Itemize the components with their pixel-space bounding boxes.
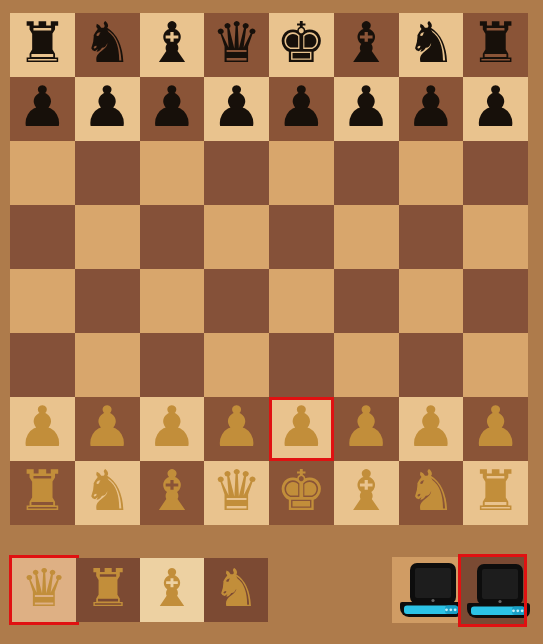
square-e3[interactable] <box>269 333 334 397</box>
square-a2[interactable]: ♟ <box>10 397 75 461</box>
square-b1[interactable]: ♞ <box>75 461 140 525</box>
white-pawn-piece: ♟ <box>406 399 456 455</box>
promotion-option-bishop[interactable]: ♝ <box>140 558 204 622</box>
square-d5[interactable] <box>204 205 269 269</box>
square-d8[interactable]: ♛ <box>204 13 269 77</box>
square-e4[interactable] <box>269 269 334 333</box>
black-pawn-piece: ♟ <box>212 79 262 135</box>
white-pawn-piece: ♟ <box>147 399 197 455</box>
square-a1[interactable]: ♜ <box>10 461 75 525</box>
white-pawn-piece: ♟ <box>471 399 521 455</box>
square-c2[interactable]: ♟ <box>140 397 205 461</box>
square-h2[interactable]: ♟ <box>463 397 528 461</box>
square-c7[interactable]: ♟ <box>140 77 205 141</box>
black-king-piece: ♚ <box>276 15 326 71</box>
square-g2[interactable]: ♟ <box>399 397 464 461</box>
square-c5[interactable] <box>140 205 205 269</box>
square-d7[interactable]: ♟ <box>204 77 269 141</box>
square-e7[interactable]: ♟ <box>269 77 334 141</box>
black-queen-piece: ♛ <box>212 15 262 71</box>
opponent-option-computer-2[interactable] <box>461 557 524 624</box>
square-h6[interactable] <box>463 141 528 205</box>
opponent-option-computer-1[interactable] <box>392 557 461 623</box>
square-f7[interactable]: ♟ <box>334 77 399 141</box>
square-f5[interactable] <box>334 205 399 269</box>
square-g4[interactable] <box>399 269 464 333</box>
square-h5[interactable] <box>463 205 528 269</box>
square-d6[interactable] <box>204 141 269 205</box>
square-g3[interactable] <box>399 333 464 397</box>
black-pawn-piece: ♟ <box>147 79 197 135</box>
white-queen-piece: ♛ <box>212 463 262 519</box>
square-c1[interactable]: ♝ <box>140 461 205 525</box>
square-g6[interactable] <box>399 141 464 205</box>
white-bishop-piece: ♝ <box>341 463 391 519</box>
chess-board: ♜♞♝♛♚♝♞♜♟♟♟♟♟♟♟♟♟♟♟♟♟♟♟♟♜♞♝♛♚♝♞♜ <box>10 13 528 525</box>
square-f6[interactable] <box>334 141 399 205</box>
laptop-icon <box>398 561 464 619</box>
white-pawn-piece: ♟ <box>82 399 132 455</box>
square-c4[interactable] <box>140 269 205 333</box>
promotion-option-knight[interactable]: ♞ <box>204 558 268 622</box>
square-h1[interactable]: ♜ <box>463 461 528 525</box>
black-pawn-piece: ♟ <box>17 79 67 135</box>
square-b7[interactable]: ♟ <box>75 77 140 141</box>
square-g1[interactable]: ♞ <box>399 461 464 525</box>
square-h7[interactable]: ♟ <box>463 77 528 141</box>
white-rook-piece: ♜ <box>471 463 521 519</box>
square-a7[interactable]: ♟ <box>10 77 75 141</box>
square-a3[interactable] <box>10 333 75 397</box>
white-pawn-piece: ♟ <box>212 399 262 455</box>
square-b5[interactable] <box>75 205 140 269</box>
white-bishop-piece: ♝ <box>147 463 197 519</box>
white-rook-piece: ♜ <box>17 463 67 519</box>
square-d2[interactable]: ♟ <box>204 397 269 461</box>
black-pawn-piece: ♟ <box>82 79 132 135</box>
square-b3[interactable] <box>75 333 140 397</box>
black-bishop-piece: ♝ <box>147 15 197 71</box>
square-h8[interactable]: ♜ <box>463 13 528 77</box>
black-bishop-piece: ♝ <box>341 15 391 71</box>
white-knight-piece: ♞ <box>82 463 132 519</box>
promotion-option-queen[interactable]: ♛ <box>12 558 76 622</box>
square-e1[interactable]: ♚ <box>269 461 334 525</box>
square-f1[interactable]: ♝ <box>334 461 399 525</box>
square-h3[interactable] <box>463 333 528 397</box>
white-rook-icon: ♜ <box>85 562 132 614</box>
square-h4[interactable] <box>463 269 528 333</box>
promotion-selector: ♛ ♜ ♝ ♞ <box>12 558 268 622</box>
white-queen-icon: ♛ <box>21 562 68 614</box>
black-knight-piece: ♞ <box>406 15 456 71</box>
square-g5[interactable] <box>399 205 464 269</box>
square-e6[interactable] <box>269 141 334 205</box>
square-f8[interactable]: ♝ <box>334 13 399 77</box>
black-rook-piece: ♜ <box>17 15 67 71</box>
white-king-piece: ♚ <box>276 463 326 519</box>
square-a8[interactable]: ♜ <box>10 13 75 77</box>
laptop-icon <box>465 562 531 620</box>
square-c8[interactable]: ♝ <box>140 13 205 77</box>
square-a5[interactable] <box>10 205 75 269</box>
square-d1[interactable]: ♛ <box>204 461 269 525</box>
black-pawn-piece: ♟ <box>341 79 391 135</box>
black-rook-piece: ♜ <box>471 15 521 71</box>
white-pawn-piece: ♟ <box>17 399 67 455</box>
white-pawn-piece: ♟ <box>276 399 326 455</box>
square-e2[interactable]: ♟ <box>269 397 334 461</box>
square-a6[interactable] <box>10 141 75 205</box>
square-c6[interactable] <box>140 141 205 205</box>
white-pawn-piece: ♟ <box>341 399 391 455</box>
square-b4[interactable] <box>75 269 140 333</box>
black-pawn-piece: ♟ <box>276 79 326 135</box>
square-f2[interactable]: ♟ <box>334 397 399 461</box>
square-g7[interactable]: ♟ <box>399 77 464 141</box>
black-pawn-piece: ♟ <box>471 79 521 135</box>
black-pawn-piece: ♟ <box>406 79 456 135</box>
square-a4[interactable] <box>10 269 75 333</box>
square-e8[interactable]: ♚ <box>269 13 334 77</box>
square-b6[interactable] <box>75 141 140 205</box>
black-knight-piece: ♞ <box>82 15 132 71</box>
white-knight-icon: ♞ <box>213 562 260 614</box>
square-b8[interactable]: ♞ <box>75 13 140 77</box>
square-e5[interactable] <box>269 205 334 269</box>
white-knight-piece: ♞ <box>406 463 456 519</box>
square-d3[interactable] <box>204 333 269 397</box>
square-d4[interactable] <box>204 269 269 333</box>
square-c3[interactable] <box>140 333 205 397</box>
square-b2[interactable]: ♟ <box>75 397 140 461</box>
square-f4[interactable] <box>334 269 399 333</box>
square-g8[interactable]: ♞ <box>399 13 464 77</box>
white-bishop-icon: ♝ <box>149 562 196 614</box>
promotion-option-rook[interactable]: ♜ <box>76 558 140 622</box>
square-f3[interactable] <box>334 333 399 397</box>
